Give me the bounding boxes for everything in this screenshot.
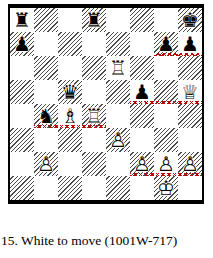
square-f1 bbox=[130, 176, 154, 200]
piece-black-rook: ♜ bbox=[10, 8, 34, 32]
square-f4 bbox=[130, 104, 154, 128]
piece-black-rook: ♜ bbox=[82, 8, 106, 32]
square-f6 bbox=[130, 56, 154, 80]
square-e8 bbox=[106, 8, 130, 32]
square-e1 bbox=[106, 176, 130, 200]
piece-black-pawn: ♟ bbox=[10, 32, 34, 56]
square-b7 bbox=[34, 32, 58, 56]
square-c2 bbox=[58, 152, 82, 176]
square-c5: ♛ bbox=[58, 80, 82, 104]
square-f3 bbox=[130, 128, 154, 152]
square-e2 bbox=[106, 152, 130, 176]
square-d1 bbox=[82, 176, 106, 200]
square-e7 bbox=[106, 32, 130, 56]
spellcheck-squiggle bbox=[34, 125, 106, 128]
square-h4 bbox=[178, 104, 202, 128]
square-b3 bbox=[34, 128, 58, 152]
square-f8 bbox=[130, 8, 154, 32]
square-e3: ♟♙ bbox=[106, 128, 130, 152]
square-d2 bbox=[82, 152, 106, 176]
square-h8: ♚ bbox=[178, 8, 202, 32]
square-b5 bbox=[34, 80, 58, 104]
piece-black-queen: ♛ bbox=[58, 80, 82, 104]
piece-white-king: ♚♔ bbox=[154, 176, 178, 200]
spellcheck-squiggle bbox=[130, 101, 202, 104]
piece-white-pawn: ♟♙ bbox=[34, 152, 58, 176]
square-g6 bbox=[154, 56, 178, 80]
square-a6 bbox=[10, 56, 34, 80]
square-h1 bbox=[178, 176, 202, 200]
square-d6 bbox=[82, 56, 106, 80]
square-e5 bbox=[106, 80, 130, 104]
square-c1 bbox=[58, 176, 82, 200]
square-c7 bbox=[58, 32, 82, 56]
square-d8: ♜ bbox=[82, 8, 106, 32]
square-d5 bbox=[82, 80, 106, 104]
square-a8: ♜ bbox=[10, 8, 34, 32]
square-h6 bbox=[178, 56, 202, 80]
square-b2: ♟♙ bbox=[34, 152, 58, 176]
caption: 15. White to move (1001W-717) bbox=[1, 233, 212, 249]
square-e4 bbox=[106, 104, 130, 128]
square-a5 bbox=[10, 80, 34, 104]
square-c8 bbox=[58, 8, 82, 32]
piece-white-pawn: ♟♙ bbox=[106, 128, 130, 152]
square-b6 bbox=[34, 56, 58, 80]
square-d7 bbox=[82, 32, 106, 56]
square-b1 bbox=[34, 176, 58, 200]
square-a4 bbox=[10, 104, 34, 128]
square-a2 bbox=[10, 152, 34, 176]
piece-white-rook: ♜♖ bbox=[106, 56, 130, 80]
chess-board: ♜♜♚♟♟♟♜♖♛♟♛♕♞♝♗♜♖♟♙♟♙♟♙♟♙♟♙♚♔ bbox=[8, 4, 204, 204]
square-a7: ♟ bbox=[10, 32, 34, 56]
square-c3 bbox=[58, 128, 82, 152]
spellcheck-squiggle bbox=[154, 53, 202, 56]
square-b8 bbox=[34, 8, 58, 32]
spellcheck-squiggle bbox=[130, 173, 202, 176]
square-f7 bbox=[130, 32, 154, 56]
square-g8 bbox=[154, 8, 178, 32]
board-grid: ♜♜♚♟♟♟♜♖♛♟♛♕♞♝♗♜♖♟♙♟♙♟♙♟♙♟♙♚♔ bbox=[10, 8, 202, 200]
square-d3 bbox=[82, 128, 106, 152]
square-a1 bbox=[10, 176, 34, 200]
square-e6: ♜♖ bbox=[106, 56, 130, 80]
square-g3 bbox=[154, 128, 178, 152]
square-h3 bbox=[178, 128, 202, 152]
square-a3 bbox=[10, 128, 34, 152]
square-c6 bbox=[58, 56, 82, 80]
square-g1: ♚♔ bbox=[154, 176, 178, 200]
square-g4 bbox=[154, 104, 178, 128]
piece-black-king: ♚ bbox=[178, 8, 202, 32]
